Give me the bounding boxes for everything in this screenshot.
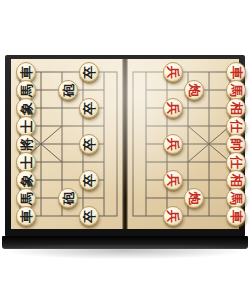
fold-hinge [122,59,128,229]
piece-character: 卒 [83,102,96,115]
piece-character: 馬 [230,192,243,205]
piece-red-soldier[interactable]: 兵 [163,170,183,190]
piece-character: 兵 [167,174,180,187]
piece-red-advisor[interactable]: 仕 [226,116,246,136]
piece-red-chariot[interactable]: 車 [226,206,246,226]
piece-character: 兵 [167,66,180,79]
piece-black-elephant[interactable]: 象 [16,98,36,118]
piece-character: 車 [230,66,243,79]
piece-character: 兵 [167,210,180,223]
piece-character: 卒 [83,210,96,223]
piece-black-soldier[interactable]: 卒 [79,62,99,82]
piece-red-horse[interactable]: 馬 [226,188,246,208]
piece-character: 仕 [230,156,243,169]
piece-red-cannon[interactable]: 炮 [184,188,204,208]
product-photo: 車馬象士將士象馬車砲砲卒卒卒卒卒兵兵兵兵兵炮炮車馬相仕帥仕相馬車 [0,0,250,300]
piece-red-elephant[interactable]: 相 [226,98,246,118]
piece-character: 馬 [230,84,243,97]
piece-black-cannon[interactable]: 砲 [58,80,78,100]
piece-black-horse[interactable]: 馬 [16,188,36,208]
piece-black-chariot[interactable]: 車 [16,62,36,82]
piece-character: 車 [20,66,33,79]
piece-red-advisor[interactable]: 仕 [226,152,246,172]
drop-shadow [10,245,240,259]
piece-character: 兵 [167,138,180,151]
piece-black-advisor[interactable]: 士 [16,152,36,172]
piece-red-soldier[interactable]: 兵 [163,134,183,154]
piece-character: 車 [230,210,243,223]
piece-red-chariot[interactable]: 車 [226,62,246,82]
piece-character: 馬 [20,84,33,97]
piece-character: 車 [20,210,33,223]
piece-black-soldier[interactable]: 卒 [79,98,99,118]
piece-character: 象 [20,102,33,115]
piece-black-chariot[interactable]: 車 [16,206,36,226]
piece-character: 卒 [83,66,96,79]
piece-character: 馬 [20,192,33,205]
piece-red-soldier[interactable]: 兵 [163,206,183,226]
board-surface: 車馬象士將士象馬車砲砲卒卒卒卒卒兵兵兵兵兵炮炮車馬相仕帥仕相馬車 [11,59,239,229]
piece-character: 炮 [188,192,201,205]
piece-black-soldier[interactable]: 卒 [79,206,99,226]
piece-character: 士 [20,120,33,133]
piece-character: 砲 [62,84,75,97]
piece-red-horse[interactable]: 馬 [226,80,246,100]
piece-black-advisor[interactable]: 士 [16,116,36,136]
piece-character: 兵 [167,102,180,115]
xiangqi-board: 車馬象士將士象馬車砲砲卒卒卒卒卒兵兵兵兵兵炮炮車馬相仕帥仕相馬車 [5,55,245,237]
piece-character: 卒 [83,138,96,151]
piece-character: 相 [230,102,243,115]
piece-red-general[interactable]: 帥 [226,134,246,154]
piece-red-soldier[interactable]: 兵 [163,62,183,82]
piece-black-horse[interactable]: 馬 [16,80,36,100]
piece-character: 卒 [83,174,96,187]
piece-character: 帥 [230,138,243,151]
piece-black-elephant[interactable]: 象 [16,170,36,190]
piece-red-soldier[interactable]: 兵 [163,98,183,118]
piece-character: 相 [230,174,243,187]
piece-character: 仕 [230,120,243,133]
piece-character: 砲 [62,192,75,205]
piece-red-elephant[interactable]: 相 [226,170,246,190]
piece-character: 象 [20,174,33,187]
piece-character: 士 [20,156,33,169]
piece-red-cannon[interactable]: 炮 [184,80,204,100]
piece-black-cannon[interactable]: 砲 [58,188,78,208]
piece-character: 將 [20,138,33,151]
piece-black-soldier[interactable]: 卒 [79,134,99,154]
piece-black-general[interactable]: 將 [16,134,36,154]
piece-character: 炮 [188,84,201,97]
piece-black-soldier[interactable]: 卒 [79,170,99,190]
